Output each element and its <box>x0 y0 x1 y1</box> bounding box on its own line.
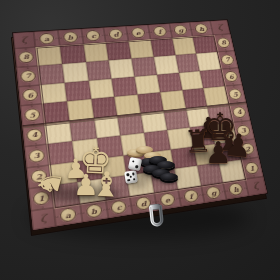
dark-checker-disc <box>160 173 178 181</box>
die-pip <box>135 165 138 168</box>
product-photo: ζ∾a∾∾b∾∾c∾∾d∾∾e∾∾f∾∾g∾∾h∾ζ∾8∾∾8∾∾7∾∾7∾∾6… <box>0 0 280 280</box>
die-pip <box>133 178 136 181</box>
die-pip <box>132 160 135 163</box>
pieces-layer: ♚♟♞♟♝♟♚♝♜♟♟ <box>0 0 280 280</box>
metal-clasp-latch <box>143 203 168 235</box>
die-pip <box>127 179 130 182</box>
white-knight-lying: ♞ <box>31 166 67 200</box>
die-showing-2 <box>128 157 142 171</box>
black-pawn-3: ♟ <box>205 138 232 168</box>
white-bishop: ♝ <box>90 166 122 202</box>
die-showing-5 <box>124 170 138 184</box>
die-pip <box>126 173 129 176</box>
die-pip <box>132 172 135 175</box>
